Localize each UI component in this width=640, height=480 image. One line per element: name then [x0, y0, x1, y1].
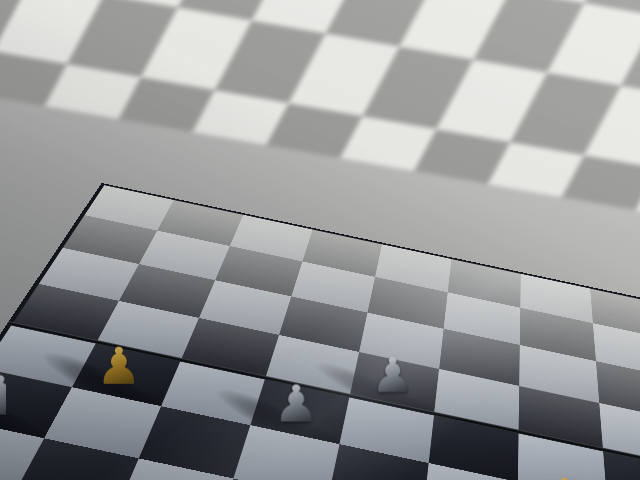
chess-board: ♟♟♟♟♛♜♚ [0, 185, 640, 480]
silver-pawn: ♟ [273, 379, 319, 430]
board-square [233, 425, 339, 480]
silver-pawn: ♟ [371, 352, 414, 400]
gold-queen: ♛ [531, 469, 597, 480]
gold-pawn: ♟ [96, 341, 142, 392]
chessboard-photo: ♟♟♟♟♛♜♚ [0, 0, 640, 480]
background-board [0, 0, 640, 223]
board-perspective-wrap: ♟♟♟♟♛♜♚ [0, 185, 640, 480]
silver-pawn: ♟ [0, 369, 24, 423]
